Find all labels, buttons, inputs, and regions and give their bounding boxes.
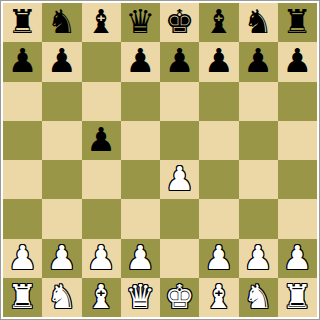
square-f8[interactable]: ♝ xyxy=(199,3,238,42)
square-d1[interactable]: ♛ xyxy=(121,278,160,317)
square-a1[interactable]: ♜ xyxy=(3,278,42,317)
square-a7[interactable]: ♟ xyxy=(3,42,42,81)
square-a4[interactable] xyxy=(3,160,42,199)
square-a8[interactable]: ♜ xyxy=(3,3,42,42)
square-c4[interactable] xyxy=(82,160,121,199)
square-b5[interactable] xyxy=(42,121,81,160)
white-pawn[interactable]: ♟ xyxy=(86,241,116,274)
square-e7[interactable]: ♟ xyxy=(160,42,199,81)
white-pawn[interactable]: ♟ xyxy=(47,241,77,274)
black-pawn[interactable]: ♟ xyxy=(283,44,313,77)
square-f7[interactable]: ♟ xyxy=(199,42,238,81)
square-c5[interactable]: ♟ xyxy=(82,121,121,160)
square-b1[interactable]: ♞ xyxy=(42,278,81,317)
square-d6[interactable] xyxy=(121,82,160,121)
square-d4[interactable] xyxy=(121,160,160,199)
square-c3[interactable] xyxy=(82,199,121,238)
square-g2[interactable]: ♟ xyxy=(239,239,278,278)
square-f4[interactable] xyxy=(199,160,238,199)
black-pawn[interactable]: ♟ xyxy=(243,44,273,77)
black-knight[interactable]: ♞ xyxy=(243,5,273,38)
square-d2[interactable]: ♟ xyxy=(121,239,160,278)
square-b7[interactable]: ♟ xyxy=(42,42,81,81)
square-b6[interactable] xyxy=(42,82,81,121)
square-g6[interactable] xyxy=(239,82,278,121)
black-pawn[interactable]: ♟ xyxy=(126,44,156,77)
square-e6[interactable] xyxy=(160,82,199,121)
black-pawn[interactable]: ♟ xyxy=(165,44,195,77)
square-h1[interactable]: ♜ xyxy=(278,278,317,317)
square-b2[interactable]: ♟ xyxy=(42,239,81,278)
black-rook[interactable]: ♜ xyxy=(8,5,38,38)
square-f2[interactable]: ♟ xyxy=(199,239,238,278)
white-pawn[interactable]: ♟ xyxy=(165,162,195,195)
square-a6[interactable] xyxy=(3,82,42,121)
black-bishop[interactable]: ♝ xyxy=(86,5,116,38)
white-pawn[interactable]: ♟ xyxy=(8,241,38,274)
white-pawn[interactable]: ♟ xyxy=(243,241,273,274)
black-bishop[interactable]: ♝ xyxy=(204,5,234,38)
square-a2[interactable]: ♟ xyxy=(3,239,42,278)
white-rook[interactable]: ♜ xyxy=(8,280,38,313)
square-f1[interactable]: ♝ xyxy=(199,278,238,317)
square-d7[interactable]: ♟ xyxy=(121,42,160,81)
square-a3[interactable] xyxy=(3,199,42,238)
square-d8[interactable]: ♛ xyxy=(121,3,160,42)
square-e3[interactable] xyxy=(160,199,199,238)
square-g4[interactable] xyxy=(239,160,278,199)
square-e2[interactable] xyxy=(160,239,199,278)
square-h2[interactable]: ♟ xyxy=(278,239,317,278)
white-queen[interactable]: ♛ xyxy=(126,280,156,313)
square-b3[interactable] xyxy=(42,199,81,238)
square-e8[interactable]: ♚ xyxy=(160,3,199,42)
square-h7[interactable]: ♟ xyxy=(278,42,317,81)
black-pawn[interactable]: ♟ xyxy=(47,44,77,77)
square-e5[interactable] xyxy=(160,121,199,160)
square-d3[interactable] xyxy=(121,199,160,238)
black-pawn[interactable]: ♟ xyxy=(86,123,116,156)
square-b4[interactable] xyxy=(42,160,81,199)
white-pawn[interactable]: ♟ xyxy=(204,241,234,274)
square-g8[interactable]: ♞ xyxy=(239,3,278,42)
black-pawn[interactable]: ♟ xyxy=(204,44,234,77)
square-b8[interactable]: ♞ xyxy=(42,3,81,42)
square-e4[interactable]: ♟ xyxy=(160,160,199,199)
square-a5[interactable] xyxy=(3,121,42,160)
white-pawn[interactable]: ♟ xyxy=(126,241,156,274)
square-h8[interactable]: ♜ xyxy=(278,3,317,42)
square-e1[interactable]: ♚ xyxy=(160,278,199,317)
white-pawn[interactable]: ♟ xyxy=(283,241,313,274)
square-h4[interactable] xyxy=(278,160,317,199)
square-h5[interactable] xyxy=(278,121,317,160)
square-c7[interactable] xyxy=(82,42,121,81)
white-bishop[interactable]: ♝ xyxy=(204,280,234,313)
square-g5[interactable] xyxy=(239,121,278,160)
white-bishop[interactable]: ♝ xyxy=(86,280,116,313)
square-c8[interactable]: ♝ xyxy=(82,3,121,42)
square-h6[interactable] xyxy=(278,82,317,121)
square-c1[interactable]: ♝ xyxy=(82,278,121,317)
square-d5[interactable] xyxy=(121,121,160,160)
black-knight[interactable]: ♞ xyxy=(47,5,77,38)
square-c6[interactable] xyxy=(82,82,121,121)
square-f5[interactable] xyxy=(199,121,238,160)
black-rook[interactable]: ♜ xyxy=(283,5,313,38)
square-c2[interactable]: ♟ xyxy=(82,239,121,278)
black-pawn[interactable]: ♟ xyxy=(8,44,38,77)
chess-board[interactable]: ♜♞♝♛♚♝♞♜♟♟♟♟♟♟♟♟♟♟♟♟♟♟♟♟♜♞♝♛♚♝♞♜ xyxy=(3,3,317,317)
black-queen[interactable]: ♛ xyxy=(126,5,156,38)
white-knight[interactable]: ♞ xyxy=(243,280,273,313)
white-rook[interactable]: ♜ xyxy=(283,280,313,313)
square-h3[interactable] xyxy=(278,199,317,238)
white-knight[interactable]: ♞ xyxy=(47,280,77,313)
square-f3[interactable] xyxy=(199,199,238,238)
square-f6[interactable] xyxy=(199,82,238,121)
white-king[interactable]: ♚ xyxy=(165,280,195,313)
square-g7[interactable]: ♟ xyxy=(239,42,278,81)
black-king[interactable]: ♚ xyxy=(165,5,195,38)
square-g3[interactable] xyxy=(239,199,278,238)
square-g1[interactable]: ♞ xyxy=(239,278,278,317)
chess-app-window: ♜♞♝♛♚♝♞♜♟♟♟♟♟♟♟♟♟♟♟♟♟♟♟♟♜♞♝♛♚♝♞♜ xyxy=(0,0,320,320)
